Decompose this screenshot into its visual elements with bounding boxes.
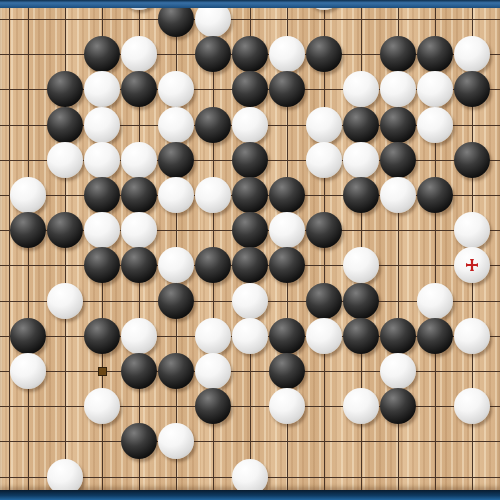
top-bar xyxy=(0,0,500,8)
go-board[interactable] xyxy=(0,8,500,490)
go-app-window xyxy=(0,0,500,500)
bottom-bar xyxy=(0,490,500,500)
